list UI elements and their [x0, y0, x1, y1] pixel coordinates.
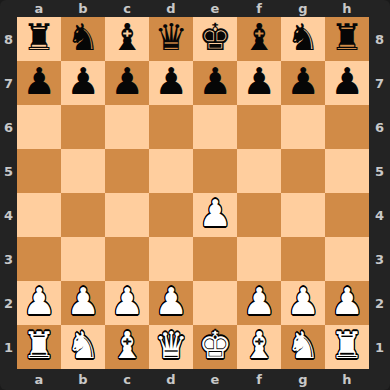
square-c6[interactable]: [105, 105, 149, 149]
square-f1[interactable]: ♝: [237, 325, 281, 369]
black-bishop-c8[interactable]: ♝: [110, 16, 143, 60]
file-label-b: b: [61, 0, 105, 17]
square-e8[interactable]: ♚: [193, 17, 237, 61]
square-a8[interactable]: ♜: [17, 17, 61, 61]
square-g1[interactable]: ♞: [281, 325, 325, 369]
file-label-e: e: [193, 0, 237, 17]
square-c3[interactable]: [105, 237, 149, 281]
square-b2[interactable]: ♟: [61, 281, 105, 325]
rank-labels-right: 87654321: [369, 17, 390, 369]
black-king-e8[interactable]: ♚: [198, 16, 231, 60]
square-f7[interactable]: ♟: [237, 61, 281, 105]
square-d6[interactable]: [149, 105, 193, 149]
square-h2[interactable]: ♟: [325, 281, 369, 325]
square-f5[interactable]: [237, 149, 281, 193]
square-e2[interactable]: [193, 281, 237, 325]
black-knight-g8[interactable]: ♞: [286, 16, 319, 60]
square-f6[interactable]: [237, 105, 281, 149]
square-a7[interactable]: ♟: [17, 61, 61, 105]
file-labels-top: abcdefgh: [17, 0, 369, 17]
white-queen-d1[interactable]: ♛: [154, 324, 187, 368]
rank-label-3: 3: [0, 237, 17, 281]
square-d3[interactable]: [149, 237, 193, 281]
white-pawn-f2[interactable]: ♟: [242, 280, 275, 324]
square-e4[interactable]: ♟: [193, 193, 237, 237]
black-pawn-f7[interactable]: ♟: [242, 60, 275, 104]
black-knight-b8[interactable]: ♞: [66, 16, 99, 60]
rank-label-1: 1: [369, 325, 390, 369]
file-label-d: d: [149, 0, 193, 17]
square-g6[interactable]: [281, 105, 325, 149]
black-pawn-d7[interactable]: ♟: [154, 60, 187, 104]
square-e1[interactable]: ♚: [193, 325, 237, 369]
square-h1[interactable]: ♜: [325, 325, 369, 369]
file-label-h: h: [325, 369, 369, 390]
rank-label-7: 7: [369, 61, 390, 105]
file-label-h: h: [325, 0, 369, 17]
file-labels-bottom: abcdefgh: [17, 369, 369, 390]
square-c2[interactable]: ♟: [105, 281, 149, 325]
rank-label-1: 1: [0, 325, 17, 369]
white-pawn-c2[interactable]: ♟: [110, 280, 143, 324]
white-bishop-f1[interactable]: ♝: [242, 324, 275, 368]
black-pawn-c7[interactable]: ♟: [110, 60, 143, 104]
file-label-g: g: [281, 0, 325, 17]
file-label-f: f: [237, 0, 281, 17]
square-b8[interactable]: ♞: [61, 17, 105, 61]
square-g5[interactable]: [281, 149, 325, 193]
square-c5[interactable]: [105, 149, 149, 193]
square-a5[interactable]: [17, 149, 61, 193]
file-label-a: a: [17, 369, 61, 390]
file-label-g: g: [281, 369, 325, 390]
rank-label-5: 5: [369, 149, 390, 193]
rank-label-8: 8: [369, 17, 390, 61]
white-rook-a1[interactable]: ♜: [22, 324, 55, 368]
file-label-e: e: [193, 369, 237, 390]
square-c1[interactable]: ♝: [105, 325, 149, 369]
square-b4[interactable]: [61, 193, 105, 237]
rank-label-4: 4: [0, 193, 17, 237]
square-h3[interactable]: [325, 237, 369, 281]
white-bishop-c1[interactable]: ♝: [110, 324, 143, 368]
black-pawn-a7[interactable]: ♟: [22, 60, 55, 104]
square-b3[interactable]: [61, 237, 105, 281]
black-pawn-e7[interactable]: ♟: [198, 60, 231, 104]
rank-label-8: 8: [0, 17, 17, 61]
rank-label-6: 6: [369, 105, 390, 149]
square-e3[interactable]: [193, 237, 237, 281]
square-f2[interactable]: ♟: [237, 281, 281, 325]
white-pawn-d2[interactable]: ♟: [154, 280, 187, 324]
square-d5[interactable]: [149, 149, 193, 193]
square-g4[interactable]: [281, 193, 325, 237]
file-label-b: b: [61, 369, 105, 390]
square-h5[interactable]: [325, 149, 369, 193]
square-a6[interactable]: [17, 105, 61, 149]
rank-label-6: 6: [0, 105, 17, 149]
square-f4[interactable]: [237, 193, 281, 237]
black-bishop-f8[interactable]: ♝: [242, 16, 275, 60]
black-pawn-h7[interactable]: ♟: [330, 60, 363, 104]
rank-label-7: 7: [0, 61, 17, 105]
rank-label-2: 2: [0, 281, 17, 325]
square-a4[interactable]: [17, 193, 61, 237]
square-d2[interactable]: ♟: [149, 281, 193, 325]
square-a2[interactable]: ♟: [17, 281, 61, 325]
square-b5[interactable]: [61, 149, 105, 193]
square-h4[interactable]: [325, 193, 369, 237]
black-pawn-b7[interactable]: ♟: [66, 60, 99, 104]
square-a3[interactable]: [17, 237, 61, 281]
rank-label-3: 3: [369, 237, 390, 281]
square-d1[interactable]: ♛: [149, 325, 193, 369]
file-label-a: a: [17, 0, 61, 17]
chess-board-window: abcdefgh abcdefgh 87654321 87654321 ♜♞♝♛…: [0, 0, 390, 390]
square-f3[interactable]: [237, 237, 281, 281]
file-label-c: c: [105, 369, 149, 390]
square-g7[interactable]: ♟: [281, 61, 325, 105]
white-pawn-g2[interactable]: ♟: [286, 280, 319, 324]
white-pawn-b2[interactable]: ♟: [66, 280, 99, 324]
square-h8[interactable]: ♜: [325, 17, 369, 61]
white-knight-b1[interactable]: ♞: [66, 324, 99, 368]
rank-label-5: 5: [0, 149, 17, 193]
square-e5[interactable]: [193, 149, 237, 193]
black-queen-d8[interactable]: ♛: [154, 16, 187, 60]
file-label-f: f: [237, 369, 281, 390]
white-pawn-e4[interactable]: ♟: [198, 192, 231, 236]
square-c8[interactable]: ♝: [105, 17, 149, 61]
square-h6[interactable]: [325, 105, 369, 149]
square-g3[interactable]: [281, 237, 325, 281]
file-label-c: c: [105, 0, 149, 17]
white-rook-h1[interactable]: ♜: [330, 324, 363, 368]
white-knight-g1[interactable]: ♞: [286, 324, 319, 368]
square-d8[interactable]: ♛: [149, 17, 193, 61]
rank-label-4: 4: [369, 193, 390, 237]
square-e7[interactable]: ♟: [193, 61, 237, 105]
square-a1[interactable]: ♜: [17, 325, 61, 369]
square-c7[interactable]: ♟: [105, 61, 149, 105]
white-king-e1[interactable]: ♚: [198, 324, 231, 368]
white-pawn-a2[interactable]: ♟: [22, 280, 55, 324]
square-d4[interactable]: [149, 193, 193, 237]
black-rook-h8[interactable]: ♜: [330, 16, 363, 60]
square-f8[interactable]: ♝: [237, 17, 281, 61]
white-pawn-h2[interactable]: ♟: [330, 280, 363, 324]
square-g8[interactable]: ♞: [281, 17, 325, 61]
black-pawn-g7[interactable]: ♟: [286, 60, 319, 104]
square-c4[interactable]: [105, 193, 149, 237]
rank-labels-left: 87654321: [0, 17, 17, 369]
square-b7[interactable]: ♟: [61, 61, 105, 105]
file-label-d: d: [149, 369, 193, 390]
square-b6[interactable]: [61, 105, 105, 149]
rank-label-2: 2: [369, 281, 390, 325]
square-h7[interactable]: ♟: [325, 61, 369, 105]
black-rook-a8[interactable]: ♜: [22, 16, 55, 60]
square-b1[interactable]: ♞: [61, 325, 105, 369]
chess-board: ♜♞♝♛♚♝♞♜♟♟♟♟♟♟♟♟♟♟♟♟♟♟♟♟♜♞♝♛♚♝♞♜: [17, 17, 369, 369]
square-e6[interactable]: [193, 105, 237, 149]
square-d7[interactable]: ♟: [149, 61, 193, 105]
square-g2[interactable]: ♟: [281, 281, 325, 325]
